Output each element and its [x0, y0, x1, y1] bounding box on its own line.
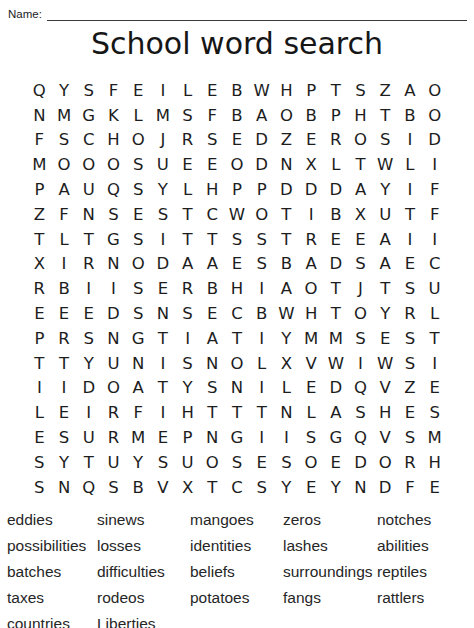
grid-cell[interactable]: T: [225, 400, 250, 425]
grid-cell[interactable]: O: [225, 351, 250, 376]
grid-cell[interactable]: R: [27, 276, 52, 301]
grid-cell[interactable]: Y: [151, 177, 176, 202]
grid-cell[interactable]: A: [373, 252, 398, 277]
grid-cell[interactable]: A: [52, 177, 77, 202]
grid-cell[interactable]: O: [299, 450, 324, 475]
word-list-item: sinews: [97, 507, 190, 533]
grid-cell[interactable]: L: [126, 103, 151, 128]
grid-cell[interactable]: H: [299, 301, 324, 326]
grid-cell[interactable]: E: [299, 475, 324, 500]
grid-cell[interactable]: F: [126, 400, 151, 425]
grid-cell[interactable]: M: [52, 103, 77, 128]
grid-cell[interactable]: E: [225, 252, 250, 277]
grid-cell[interactable]: F: [27, 128, 52, 153]
grid-cell[interactable]: O: [225, 152, 250, 177]
grid-cell[interactable]: Q: [348, 425, 373, 450]
grid-cell[interactable]: S: [151, 450, 176, 475]
grid-cell[interactable]: N: [348, 475, 373, 500]
grid-cell[interactable]: A: [398, 78, 423, 103]
grid-cell[interactable]: T: [151, 376, 176, 401]
grid-cell[interactable]: O: [249, 202, 274, 227]
grid-cell[interactable]: S: [348, 400, 373, 425]
grid-cell[interactable]: E: [323, 450, 348, 475]
grid-cell[interactable]: S: [126, 177, 151, 202]
grid-cell[interactable]: S: [126, 227, 151, 252]
grid-cell[interactable]: E: [398, 252, 423, 277]
grid-cell[interactable]: P: [27, 326, 52, 351]
grid-cell[interactable]: N: [200, 425, 225, 450]
grid-cell[interactable]: N: [52, 475, 77, 500]
grid-cell[interactable]: E: [299, 376, 324, 401]
grid-cell[interactable]: C: [76, 128, 101, 153]
grid-cell[interactable]: O: [373, 450, 398, 475]
grid-cell[interactable]: S: [348, 252, 373, 277]
grid-cell[interactable]: N: [27, 103, 52, 128]
grid-cell[interactable]: Y: [373, 177, 398, 202]
grid-cell[interactable]: O: [101, 376, 126, 401]
grid-cell[interactable]: A: [200, 252, 225, 277]
grid-cell[interactable]: X: [274, 351, 299, 376]
grid-cell[interactable]: D: [249, 152, 274, 177]
grid-cell[interactable]: E: [52, 301, 77, 326]
grid-cell[interactable]: S: [76, 78, 101, 103]
word-list-item: taxes: [7, 585, 97, 611]
grid-cell[interactable]: Z: [27, 202, 52, 227]
grid-cell[interactable]: H: [348, 103, 373, 128]
grid-cell[interactable]: W: [274, 301, 299, 326]
grid-cell[interactable]: I: [348, 351, 373, 376]
grid-cell[interactable]: N: [76, 202, 101, 227]
grid-cell[interactable]: S: [126, 301, 151, 326]
grid-cell[interactable]: T: [225, 326, 250, 351]
grid-cell[interactable]: H: [274, 78, 299, 103]
grid-cell[interactable]: L: [422, 301, 447, 326]
name-input-line[interactable]: [47, 5, 467, 21]
grid-cell[interactable]: T: [323, 301, 348, 326]
grid-cell[interactable]: S: [175, 301, 200, 326]
grid-cell[interactable]: Y: [175, 376, 200, 401]
grid-cell[interactable]: L: [274, 376, 299, 401]
grid-cell[interactable]: T: [76, 227, 101, 252]
grid-cell[interactable]: M: [422, 425, 447, 450]
grid-cell[interactable]: E: [151, 425, 176, 450]
grid-cell[interactable]: B: [52, 276, 77, 301]
grid-cell[interactable]: S: [175, 103, 200, 128]
grid-cell[interactable]: A: [373, 227, 398, 252]
grid-cell[interactable]: N: [200, 351, 225, 376]
grid-cell[interactable]: F: [422, 202, 447, 227]
grid-cell[interactable]: D: [323, 252, 348, 277]
grid-cell[interactable]: M: [299, 326, 324, 351]
grid-cell[interactable]: I: [151, 351, 176, 376]
grid-cell[interactable]: D: [151, 252, 176, 277]
grid-cell[interactable]: A: [274, 276, 299, 301]
grid-cell[interactable]: T: [27, 351, 52, 376]
grid-cell[interactable]: I: [175, 326, 200, 351]
grid-cell[interactable]: H: [373, 400, 398, 425]
grid-cell[interactable]: E: [249, 450, 274, 475]
grid-cell[interactable]: M: [151, 103, 176, 128]
grid-cell[interactable]: B: [398, 103, 423, 128]
grid-cell[interactable]: B: [225, 103, 250, 128]
grid-cell[interactable]: E: [299, 128, 324, 153]
grid-cell[interactable]: W: [323, 351, 348, 376]
grid-cell[interactable]: I: [422, 351, 447, 376]
grid-cell[interactable]: S: [398, 425, 423, 450]
grid-cell[interactable]: E: [175, 152, 200, 177]
grid-cell[interactable]: F: [101, 78, 126, 103]
grid-cell[interactable]: O: [76, 152, 101, 177]
grid-cell[interactable]: X: [27, 252, 52, 277]
grid-cell[interactable]: R: [323, 128, 348, 153]
grid-cell[interactable]: S: [200, 376, 225, 401]
grid-cell[interactable]: R: [398, 301, 423, 326]
grid-cell[interactable]: T: [323, 78, 348, 103]
grid-cell[interactable]: I: [422, 152, 447, 177]
grid-cell[interactable]: G: [126, 326, 151, 351]
grid-cell[interactable]: S: [398, 326, 423, 351]
grid-cell[interactable]: B: [126, 475, 151, 500]
grid-cell[interactable]: D: [323, 376, 348, 401]
grid-cell[interactable]: L: [299, 400, 324, 425]
grid-cell[interactable]: D: [249, 128, 274, 153]
grid-cell[interactable]: I: [151, 227, 176, 252]
grid-cell[interactable]: H: [175, 400, 200, 425]
grid-cell[interactable]: G: [225, 425, 250, 450]
grid-cell[interactable]: D: [274, 177, 299, 202]
grid-cell[interactable]: T: [274, 227, 299, 252]
grid-cell[interactable]: G: [76, 103, 101, 128]
grid-cell[interactable]: O: [274, 103, 299, 128]
word-list-item: notches: [377, 507, 474, 533]
grid-cell[interactable]: Z: [398, 376, 423, 401]
grid-cell[interactable]: D: [373, 475, 398, 500]
grid-cell[interactable]: A: [323, 400, 348, 425]
grid-cell[interactable]: T: [348, 152, 373, 177]
grid-cell[interactable]: C: [225, 475, 250, 500]
grid-cell[interactable]: U: [422, 276, 447, 301]
grid-cell[interactable]: E: [348, 227, 373, 252]
grid-cell[interactable]: P: [225, 177, 250, 202]
grid-cell[interactable]: I: [151, 400, 176, 425]
grid-cell[interactable]: I: [249, 326, 274, 351]
grid-cell[interactable]: O: [422, 103, 447, 128]
grid-cell[interactable]: R: [101, 425, 126, 450]
grid-cell[interactable]: U: [373, 202, 398, 227]
grid-cell[interactable]: O: [126, 252, 151, 277]
grid-cell[interactable]: U: [101, 351, 126, 376]
grid-cell[interactable]: V: [151, 475, 176, 500]
grid-cell[interactable]: S: [348, 78, 373, 103]
grid-cell[interactable]: I: [398, 177, 423, 202]
grid-cell[interactable]: U: [76, 425, 101, 450]
grid-cell[interactable]: S: [200, 128, 225, 153]
grid-cell[interactable]: A: [348, 177, 373, 202]
grid-cell[interactable]: B: [225, 78, 250, 103]
grid-cell[interactable]: E: [27, 425, 52, 450]
grid-cell[interactable]: E: [200, 78, 225, 103]
grid-cell[interactable]: G: [323, 425, 348, 450]
grid-cell[interactable]: E: [151, 276, 176, 301]
grid-cell[interactable]: T: [274, 202, 299, 227]
grid-cell[interactable]: B: [323, 202, 348, 227]
grid-cell[interactable]: D: [323, 177, 348, 202]
grid-cell[interactable]: B: [249, 301, 274, 326]
grid-cell[interactable]: S: [274, 450, 299, 475]
grid-cell[interactable]: D: [101, 301, 126, 326]
grid-cell[interactable]: S: [398, 276, 423, 301]
grid-cell[interactable]: J: [348, 276, 373, 301]
grid-cell[interactable]: B: [299, 103, 324, 128]
grid-cell[interactable]: E: [200, 152, 225, 177]
grid-cell[interactable]: B: [200, 276, 225, 301]
grid-cell[interactable]: V: [299, 351, 324, 376]
grid-cell[interactable]: N: [225, 376, 250, 401]
grid-cell[interactable]: P: [249, 177, 274, 202]
grid-cell[interactable]: A: [126, 376, 151, 401]
grid-cell[interactable]: S: [422, 400, 447, 425]
grid-cell[interactable]: F: [200, 103, 225, 128]
grid-cell[interactable]: R: [299, 227, 324, 252]
grid-cell[interactable]: S: [101, 202, 126, 227]
grid-cell[interactable]: Q: [101, 177, 126, 202]
grid-cell[interactable]: T: [422, 326, 447, 351]
grid-cell[interactable]: B: [274, 252, 299, 277]
grid-cell[interactable]: W: [249, 78, 274, 103]
grid-cell[interactable]: W: [225, 202, 250, 227]
grid-cell[interactable]: L: [175, 78, 200, 103]
grid-cell[interactable]: U: [76, 177, 101, 202]
grid-cell[interactable]: D: [76, 376, 101, 401]
grid-cell[interactable]: I: [249, 425, 274, 450]
grid-cell[interactable]: T: [373, 276, 398, 301]
grid-cell[interactable]: W: [373, 152, 398, 177]
grid-cell[interactable]: E: [126, 78, 151, 103]
grid-cell[interactable]: P: [323, 103, 348, 128]
grid-cell[interactable]: J: [151, 128, 176, 153]
word-list-item: surroundings: [283, 559, 377, 585]
grid-cell[interactable]: P: [27, 177, 52, 202]
grid-cell[interactable]: F: [52, 202, 77, 227]
grid-cell[interactable]: X: [299, 152, 324, 177]
grid-cell[interactable]: N: [101, 326, 126, 351]
grid-cell[interactable]: S: [126, 276, 151, 301]
grid-cell[interactable]: E: [398, 400, 423, 425]
grid-cell[interactable]: E: [422, 475, 447, 500]
grid-cell[interactable]: Y: [274, 326, 299, 351]
grid-cell[interactable]: Y: [76, 351, 101, 376]
grid-cell[interactable]: I: [151, 78, 176, 103]
grid-cell[interactable]: Q: [27, 78, 52, 103]
grid-cell[interactable]: I: [422, 227, 447, 252]
grid-cell[interactable]: S: [249, 252, 274, 277]
grid-cell[interactable]: M: [27, 152, 52, 177]
grid-cell[interactable]: T: [27, 227, 52, 252]
grid-cell[interactable]: E: [76, 301, 101, 326]
grid-cell[interactable]: E: [52, 400, 77, 425]
grid-cell[interactable]: S: [299, 425, 324, 450]
grid-cell[interactable]: T: [76, 450, 101, 475]
grid-cell[interactable]: L: [175, 177, 200, 202]
grid-cell[interactable]: X: [175, 475, 200, 500]
grid-cell[interactable]: S: [27, 450, 52, 475]
grid-cell[interactable]: V: [373, 376, 398, 401]
grid-cell[interactable]: O: [348, 301, 373, 326]
grid-cell[interactable]: L: [323, 152, 348, 177]
grid-cell[interactable]: I: [299, 202, 324, 227]
grid-cell[interactable]: T: [200, 475, 225, 500]
grid-cell[interactable]: H: [101, 128, 126, 153]
grid-cell[interactable]: T: [52, 351, 77, 376]
grid-cell[interactable]: N: [101, 252, 126, 277]
grid-cell[interactable]: T: [200, 227, 225, 252]
grid-cell[interactable]: I: [249, 276, 274, 301]
grid-cell[interactable]: S: [151, 202, 176, 227]
grid-cell[interactable]: N: [274, 152, 299, 177]
grid-cell[interactable]: O: [299, 276, 324, 301]
worksheet-page: { "game": "word-search", "header": { "na…: [0, 0, 474, 628]
grid-cell[interactable]: I: [76, 276, 101, 301]
grid-cell[interactable]: F: [398, 475, 423, 500]
grid-cell[interactable]: Y: [52, 78, 77, 103]
grid-cell[interactable]: S: [175, 351, 200, 376]
grid-cell[interactable]: T: [175, 202, 200, 227]
grid-cell[interactable]: Z: [373, 78, 398, 103]
grid-cell[interactable]: M: [126, 425, 151, 450]
grid-cell[interactable]: I: [52, 252, 77, 277]
grid-cell[interactable]: E: [200, 301, 225, 326]
grid-cell[interactable]: H: [225, 276, 250, 301]
grid-cell[interactable]: T: [373, 103, 398, 128]
grid-cell[interactable]: P: [175, 425, 200, 450]
grid-cell[interactable]: D: [348, 450, 373, 475]
grid-cell[interactable]: O: [101, 152, 126, 177]
word-list-item: eddies: [7, 507, 97, 533]
grid-cell[interactable]: A: [175, 252, 200, 277]
grid-cell[interactable]: H: [200, 177, 225, 202]
grid-cell[interactable]: V: [373, 425, 398, 450]
grid-cell[interactable]: E: [126, 202, 151, 227]
grid-cell[interactable]: N: [151, 301, 176, 326]
grid-cell[interactable]: R: [175, 128, 200, 153]
grid-cell[interactable]: S: [249, 475, 274, 500]
grid-cell[interactable]: X: [348, 202, 373, 227]
grid-cell[interactable]: L: [398, 152, 423, 177]
grid-cell[interactable]: T: [323, 276, 348, 301]
grid-cell[interactable]: G: [101, 227, 126, 252]
grid-cell[interactable]: O: [52, 152, 77, 177]
grid-cell[interactable]: A: [249, 103, 274, 128]
word-list-item: batches: [7, 559, 97, 585]
grid-cell[interactable]: T: [175, 227, 200, 252]
grid-cell[interactable]: I: [249, 376, 274, 401]
grid-cell[interactable]: S: [225, 227, 250, 252]
grid-cell[interactable]: U: [101, 450, 126, 475]
grid-cell[interactable]: F: [422, 177, 447, 202]
grid-cell[interactable]: E: [422, 376, 447, 401]
grid-cell[interactable]: S: [348, 326, 373, 351]
grid-cell[interactable]: O: [422, 78, 447, 103]
grid-cell[interactable]: Q: [348, 376, 373, 401]
grid-cell[interactable]: T: [398, 202, 423, 227]
grid-cell[interactable]: R: [398, 450, 423, 475]
grid-cell[interactable]: Y: [52, 450, 77, 475]
grid-cell[interactable]: E: [27, 301, 52, 326]
grid-cell[interactable]: S: [52, 128, 77, 153]
grid-cell[interactable]: Y: [323, 475, 348, 500]
grid-cell[interactable]: D: [422, 128, 447, 153]
grid-cell[interactable]: I: [274, 425, 299, 450]
grid-cell[interactable]: E: [323, 227, 348, 252]
grid-cell[interactable]: E: [373, 326, 398, 351]
grid-cell[interactable]: S: [27, 475, 52, 500]
grid-cell[interactable]: T: [200, 400, 225, 425]
grid-cell[interactable]: Q: [76, 475, 101, 500]
grid-cell[interactable]: Y: [373, 301, 398, 326]
grid-cell[interactable]: S: [225, 450, 250, 475]
grid-cell[interactable]: A: [299, 252, 324, 277]
grid-cell[interactable]: I: [27, 376, 52, 401]
grid-cell[interactable]: C: [225, 301, 250, 326]
grid-cell[interactable]: L: [52, 227, 77, 252]
grid-cell[interactable]: O: [200, 450, 225, 475]
grid-cell[interactable]: Y: [274, 475, 299, 500]
grid-cell[interactable]: Z: [274, 128, 299, 153]
grid-cell[interactable]: S: [76, 326, 101, 351]
grid-cell[interactable]: R: [101, 400, 126, 425]
word-list-item: difficulties: [97, 559, 190, 585]
grid-cell[interactable]: S: [249, 227, 274, 252]
grid-cell[interactable]: S: [101, 475, 126, 500]
grid-cell[interactable]: R: [52, 326, 77, 351]
grid-cell[interactable]: I: [398, 128, 423, 153]
grid-cell[interactable]: I: [398, 227, 423, 252]
grid-cell[interactable]: O: [126, 128, 151, 153]
grid-cell[interactable]: N: [274, 400, 299, 425]
grid-cell[interactable]: I: [52, 376, 77, 401]
grid-cell[interactable]: U: [175, 450, 200, 475]
grid-cell[interactable]: D: [299, 177, 324, 202]
grid-cell[interactable]: U: [151, 152, 176, 177]
grid-cell[interactable]: N: [126, 351, 151, 376]
grid-cell[interactable]: S: [52, 425, 77, 450]
grid-cell[interactable]: S: [126, 152, 151, 177]
grid-cell[interactable]: C: [422, 252, 447, 277]
grid-cell[interactable]: R: [76, 252, 101, 277]
grid-cell[interactable]: T: [249, 400, 274, 425]
grid-cell[interactable]: W: [373, 351, 398, 376]
name-row: Name:: [8, 5, 467, 21]
grid-cell[interactable]: C: [200, 202, 225, 227]
grid-cell[interactable]: S: [398, 351, 423, 376]
grid-cell[interactable]: K: [101, 103, 126, 128]
grid-cell[interactable]: A: [200, 326, 225, 351]
grid-cell[interactable]: O: [348, 128, 373, 153]
grid-cell[interactable]: H: [422, 450, 447, 475]
grid-cell[interactable]: P: [299, 78, 324, 103]
grid-cell[interactable]: S: [373, 128, 398, 153]
grid-cell[interactable]: T: [151, 326, 176, 351]
grid-cell[interactable]: L: [249, 351, 274, 376]
grid-cell[interactable]: I: [76, 400, 101, 425]
grid-cell[interactable]: Y: [126, 450, 151, 475]
grid-cell[interactable]: L: [27, 400, 52, 425]
grid-cell[interactable]: I: [101, 276, 126, 301]
grid-cell[interactable]: R: [175, 276, 200, 301]
grid-cell[interactable]: E: [225, 128, 250, 153]
word-list-item: mangoes: [190, 507, 283, 533]
grid-cell[interactable]: M: [323, 326, 348, 351]
